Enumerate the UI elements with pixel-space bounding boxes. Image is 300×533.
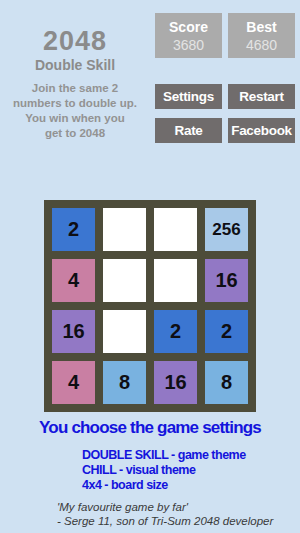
instructions-line: You win when you xyxy=(0,111,150,126)
app-title: 2048 xyxy=(0,26,150,57)
rate-button[interactable]: Rate xyxy=(155,118,222,143)
settings-button[interactable]: Settings xyxy=(155,84,222,109)
empty-cell xyxy=(103,208,146,251)
tile-8: 8 xyxy=(205,361,248,404)
instructions-text: Join the same 2 numbers to double up. Yo… xyxy=(0,81,150,141)
tile-16: 16 xyxy=(52,310,95,353)
empty-cell xyxy=(103,310,146,353)
restart-button[interactable]: Restart xyxy=(228,84,295,109)
footer-headline: You choose the game settings xyxy=(0,418,300,438)
tile-16: 16 xyxy=(154,361,197,404)
settings-list-item: DOUBLE SKILL - game theme xyxy=(82,448,246,463)
empty-cell xyxy=(154,208,197,251)
best-value: 4680 xyxy=(246,36,277,54)
settings-list: DOUBLE SKILL - game theme CHILL - visual… xyxy=(82,448,246,493)
tile-4: 4 xyxy=(52,259,95,302)
empty-cell xyxy=(154,259,197,302)
instructions-line: get to 2048 xyxy=(0,126,150,141)
tile-4: 4 xyxy=(52,361,95,404)
tile-16: 16 xyxy=(205,259,248,302)
best-label: Best xyxy=(246,18,276,36)
tile-2: 2 xyxy=(205,310,248,353)
facebook-button[interactable]: Facebook xyxy=(228,118,295,143)
instructions-line: Join the same 2 xyxy=(0,81,150,96)
settings-list-item: CHILL - visual theme xyxy=(82,463,246,478)
settings-list-item: 4x4 - board size xyxy=(82,478,246,493)
best-box: Best 4680 xyxy=(228,13,295,58)
score-box: Score 3680 xyxy=(155,13,222,58)
quote-line: 'My favourite game by far' xyxy=(57,500,273,514)
app-screen: 2048 Double Skill Join the same 2 number… xyxy=(0,0,300,533)
quote-text: 'My favourite game by far' - Serge 11, s… xyxy=(57,500,273,528)
tile-2: 2 xyxy=(52,208,95,251)
app-subtitle: Double Skill xyxy=(0,57,150,73)
score-label: Score xyxy=(169,18,208,36)
instructions-line: numbers to double up. xyxy=(0,96,150,111)
board[interactable]: 2256416162248168 xyxy=(44,200,256,412)
empty-cell xyxy=(103,259,146,302)
tile-8: 8 xyxy=(103,361,146,404)
quote-line: - Serge 11, son of Tri-Sum 2048 develope… xyxy=(57,514,273,528)
score-value: 3680 xyxy=(173,36,204,54)
tile-256: 256 xyxy=(205,208,248,251)
tile-2: 2 xyxy=(154,310,197,353)
